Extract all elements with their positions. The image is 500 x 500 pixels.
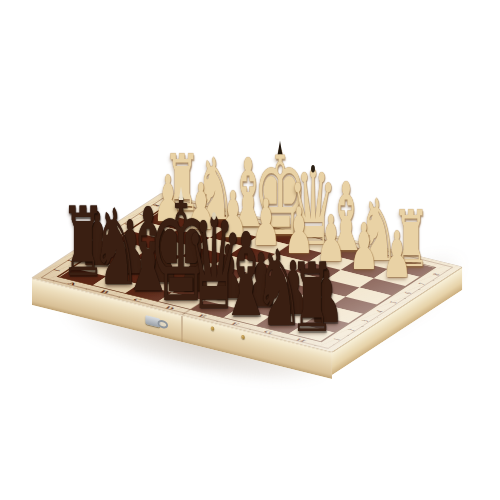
clasp-latch-icon	[145, 313, 171, 333]
fold-seam-front	[181, 316, 183, 342]
chess-set-photo: ABCDEFGH 87654321 87654321 ♜♞♝♚♛♝♞♜♟♟♟♟♟…	[0, 0, 500, 500]
brass-pin	[211, 326, 214, 331]
white-king-finial	[278, 141, 283, 155]
clasp-loop	[158, 319, 168, 330]
brass-pin	[241, 335, 244, 340]
white-queen-finial	[311, 164, 315, 172]
